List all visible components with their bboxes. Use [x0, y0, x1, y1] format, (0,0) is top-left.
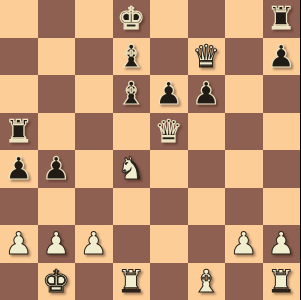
square-d4[interactable]: ♞ [113, 150, 151, 188]
piece-black-rook[interactable]: ♜ [5, 116, 33, 147]
square-c7[interactable] [75, 38, 113, 76]
square-h6[interactable] [263, 75, 301, 113]
square-d6[interactable]: ♝ [113, 75, 151, 113]
square-h8[interactable]: ♜ [263, 0, 301, 38]
square-g4[interactable] [225, 150, 263, 188]
square-b3[interactable] [38, 188, 76, 226]
square-c6[interactable] [75, 75, 113, 113]
square-a3[interactable] [0, 188, 38, 226]
piece-black-bishop[interactable]: ♝ [117, 78, 145, 109]
square-f8[interactable] [188, 0, 226, 38]
square-h3[interactable] [263, 188, 301, 226]
square-c3[interactable] [75, 188, 113, 226]
piece-white-rook[interactable]: ♜ [117, 266, 145, 297]
square-b2[interactable]: ♟ [38, 225, 76, 263]
piece-black-pawn[interactable]: ♟ [192, 78, 220, 109]
square-g6[interactable] [225, 75, 263, 113]
piece-white-bishop[interactable]: ♝ [192, 266, 220, 297]
square-b1[interactable]: ♚ [38, 263, 76, 300]
square-h7[interactable]: ♟ [263, 38, 301, 76]
square-a8[interactable] [0, 0, 38, 38]
piece-black-pawn[interactable]: ♟ [5, 153, 33, 184]
square-e3[interactable] [150, 188, 188, 226]
square-d3[interactable] [113, 188, 151, 226]
square-a6[interactable] [0, 75, 38, 113]
piece-white-rook[interactable]: ♜ [267, 266, 295, 297]
piece-black-pawn[interactable]: ♟ [155, 78, 183, 109]
square-g5[interactable] [225, 113, 263, 151]
piece-white-pawn[interactable]: ♟ [42, 228, 70, 259]
square-d5[interactable] [113, 113, 151, 151]
square-f3[interactable] [188, 188, 226, 226]
square-f2[interactable] [188, 225, 226, 263]
square-a4[interactable]: ♟ [0, 150, 38, 188]
square-f4[interactable] [188, 150, 226, 188]
piece-white-pawn[interactable]: ♟ [230, 228, 258, 259]
square-e5[interactable]: ♛ [150, 113, 188, 151]
square-e1[interactable] [150, 263, 188, 300]
square-e4[interactable] [150, 150, 188, 188]
square-f7[interactable]: ♛ [188, 38, 226, 76]
square-d2[interactable] [113, 225, 151, 263]
piece-black-bishop[interactable]: ♝ [117, 41, 145, 72]
square-d8[interactable]: ♚ [113, 0, 151, 38]
square-a5[interactable]: ♜ [0, 113, 38, 151]
square-h2[interactable]: ♟ [263, 225, 301, 263]
piece-white-pawn[interactable]: ♟ [5, 228, 33, 259]
square-b4[interactable]: ♟ [38, 150, 76, 188]
square-b6[interactable] [38, 75, 76, 113]
square-g7[interactable] [225, 38, 263, 76]
square-h4[interactable] [263, 150, 301, 188]
piece-black-pawn[interactable]: ♟ [42, 153, 70, 184]
square-c4[interactable] [75, 150, 113, 188]
piece-black-pawn[interactable]: ♟ [267, 41, 295, 72]
square-d7[interactable]: ♝ [113, 38, 151, 76]
square-g2[interactable]: ♟ [225, 225, 263, 263]
square-f6[interactable]: ♟ [188, 75, 226, 113]
piece-white-pawn[interactable]: ♟ [267, 228, 295, 259]
square-d1[interactable]: ♜ [113, 263, 151, 300]
square-e8[interactable] [150, 0, 188, 38]
piece-black-rook[interactable]: ♜ [267, 3, 295, 34]
piece-white-queen[interactable]: ♛ [192, 41, 220, 72]
square-g8[interactable] [225, 0, 263, 38]
square-b7[interactable] [38, 38, 76, 76]
square-a1[interactable] [0, 263, 38, 300]
square-g1[interactable] [225, 263, 263, 300]
piece-white-pawn[interactable]: ♟ [80, 228, 108, 259]
square-b5[interactable] [38, 113, 76, 151]
square-c5[interactable] [75, 113, 113, 151]
square-e2[interactable] [150, 225, 188, 263]
piece-white-king[interactable]: ♚ [42, 266, 70, 297]
square-g3[interactable] [225, 188, 263, 226]
square-f5[interactable] [188, 113, 226, 151]
square-f1[interactable]: ♝ [188, 263, 226, 300]
square-c2[interactable]: ♟ [75, 225, 113, 263]
square-a7[interactable] [0, 38, 38, 76]
piece-black-queen[interactable]: ♛ [155, 116, 183, 147]
square-e6[interactable]: ♟ [150, 75, 188, 113]
square-e7[interactable] [150, 38, 188, 76]
square-b8[interactable] [38, 0, 76, 38]
square-c8[interactable] [75, 0, 113, 38]
piece-white-knight[interactable]: ♞ [117, 153, 145, 184]
square-h1[interactable]: ♜ [263, 263, 301, 300]
piece-black-king[interactable]: ♚ [117, 3, 145, 34]
square-h5[interactable] [263, 113, 301, 151]
chess-board: ♚♜♝♛♟♝♟♟♜♛♟♟♞♟♟♟♟♟♚♜♝♜ [0, 0, 300, 300]
square-c1[interactable] [75, 263, 113, 300]
square-a2[interactable]: ♟ [0, 225, 38, 263]
